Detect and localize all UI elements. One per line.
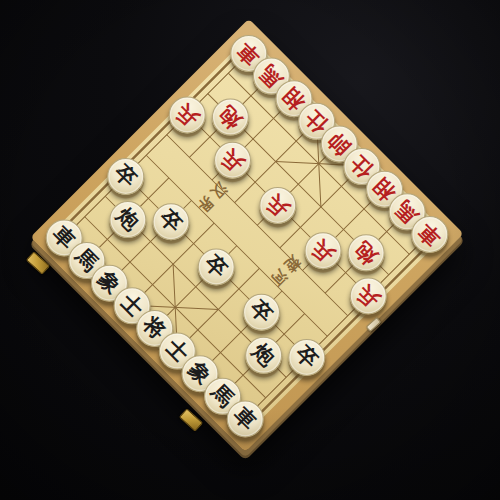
piece-glyph: 車	[415, 219, 445, 249]
piece-glyph: 兵	[263, 190, 293, 220]
board-playing-field: 汉界 楚河 車馬相仕帥仕相馬車炮炮兵兵兵兵兵卒卒卒卒卒炮炮車馬象士将士象馬車	[47, 36, 447, 436]
piece-red-soldier[interactable]: 兵	[296, 224, 348, 276]
piece-glyph: 炮	[248, 340, 278, 370]
piece-glyph: 炮	[113, 204, 143, 234]
piece-glyph: 兵	[308, 236, 338, 266]
piece-glyph: 炮	[215, 102, 245, 132]
piece-black-soldier[interactable]: 卒	[235, 286, 287, 338]
piece-glyph: 卒	[156, 207, 186, 237]
brass-hinge-bottom	[179, 408, 203, 432]
piece-glyph: 卒	[246, 297, 276, 327]
piece-grid: 車馬相仕帥仕相馬車炮炮兵兵兵兵兵卒卒卒卒卒炮炮車馬象士将士象馬車	[42, 31, 451, 440]
piece-red-cannon[interactable]: 炮	[204, 91, 256, 143]
piece-red-soldier[interactable]: 兵	[161, 88, 213, 140]
piece-red-soldier[interactable]: 兵	[342, 269, 394, 321]
piece-glyph: 炮	[351, 238, 381, 268]
piece-black-soldier[interactable]: 卒	[144, 195, 196, 247]
board-wooden-rim: 汉界 楚河 車馬相仕帥仕相馬車炮炮兵兵兵兵兵卒卒卒卒卒炮炮車馬象士将士象馬車	[30, 19, 463, 452]
piece-black-cannon[interactable]: 炮	[101, 193, 153, 245]
piece-glyph: 兵	[217, 145, 247, 175]
piece-red-soldier[interactable]: 兵	[251, 179, 303, 231]
piece-glyph: 卒	[201, 252, 231, 282]
piece-glyph: 兵	[353, 281, 383, 311]
piece-red-soldier[interactable]: 兵	[206, 134, 258, 186]
piece-glyph: 車	[230, 404, 260, 434]
piece-black-soldier[interactable]: 卒	[190, 240, 242, 292]
xiangqi-board: 汉界 楚河 車馬相仕帥仕相馬車炮炮兵兵兵兵兵卒卒卒卒卒炮炮車馬象士将士象馬車	[30, 19, 463, 452]
piece-black-soldier[interactable]: 卒	[280, 331, 332, 383]
piece-black-cannon[interactable]: 炮	[237, 329, 289, 381]
brass-hinge-left	[26, 251, 50, 275]
piece-glyph: 兵	[172, 100, 202, 130]
piece-glyph: 卒	[111, 161, 141, 191]
piece-glyph: 卒	[292, 342, 322, 372]
piece-black-soldier[interactable]: 卒	[99, 150, 151, 202]
product-photo-background: 汉界 楚河 車馬相仕帥仕相馬車炮炮兵兵兵兵兵卒卒卒卒卒炮炮車馬象士将士象馬車	[0, 0, 500, 500]
piece-red-cannon[interactable]: 炮	[340, 226, 392, 278]
